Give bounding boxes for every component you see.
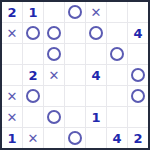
clue-number: 1 — [28, 6, 37, 19]
clue-number: 1 — [91, 111, 100, 124]
cross-mark-icon: ✕ — [28, 132, 39, 145]
clue-number: 1 — [7, 132, 16, 145]
cell-r6c4[interactable] — [65, 107, 85, 127]
circle-mark-icon — [89, 26, 103, 40]
circle-mark-icon — [131, 89, 145, 103]
clue-number: 2 — [133, 132, 142, 145]
cell-r7c7: 2 — [128, 128, 148, 148]
cell-r2c6[interactable] — [107, 23, 127, 43]
circle-mark-icon — [68, 131, 82, 145]
cell-r6c3[interactable] — [44, 107, 64, 127]
cell-r5c6[interactable] — [107, 86, 127, 106]
cell-r5c7[interactable] — [128, 86, 148, 106]
cell-r3c4[interactable] — [65, 44, 85, 64]
cell-r1c6[interactable] — [107, 2, 127, 22]
cell-r6c7[interactable] — [128, 107, 148, 127]
circle-mark-icon — [131, 68, 145, 82]
circle-mark-icon — [47, 26, 61, 40]
cell-r5c5[interactable] — [86, 86, 106, 106]
cell-r1c3[interactable] — [44, 2, 64, 22]
cell-r4c1[interactable] — [2, 65, 22, 85]
cell-r3c2[interactable] — [23, 44, 43, 64]
circle-mark-icon — [26, 26, 40, 40]
clue-number: 4 — [112, 132, 121, 145]
cell-r4c5: 4 — [86, 65, 106, 85]
cell-r3c5[interactable] — [86, 44, 106, 64]
cell-r7c3[interactable] — [44, 128, 64, 148]
cell-r1c5[interactable]: ✕ — [86, 2, 106, 22]
cell-r1c4[interactable] — [65, 2, 85, 22]
cross-mark-icon: ✕ — [7, 111, 18, 124]
cell-r4c7[interactable] — [128, 65, 148, 85]
cell-r1c1: 2 — [2, 2, 22, 22]
clue-number: 4 — [91, 69, 100, 82]
clue-number: 4 — [133, 27, 142, 40]
cell-r7c4[interactable] — [65, 128, 85, 148]
cell-r7c1: 1 — [2, 128, 22, 148]
circle-mark-icon — [26, 89, 40, 103]
cell-r4c3[interactable]: ✕ — [44, 65, 64, 85]
cell-r1c7[interactable] — [128, 2, 148, 22]
circle-mark-icon — [47, 47, 61, 61]
cell-r7c2[interactable]: ✕ — [23, 128, 43, 148]
cell-r6c1[interactable]: ✕ — [2, 107, 22, 127]
cell-r1c2: 1 — [23, 2, 43, 22]
clue-number: 2 — [28, 69, 37, 82]
cell-r4c2: 2 — [23, 65, 43, 85]
cell-r2c3[interactable] — [44, 23, 64, 43]
cell-r5c3[interactable] — [44, 86, 64, 106]
cell-r5c1[interactable]: ✕ — [2, 86, 22, 106]
circle-mark-icon — [47, 110, 61, 124]
circle-mark-icon — [110, 47, 124, 61]
cell-r6c5: 1 — [86, 107, 106, 127]
cell-r7c5[interactable] — [86, 128, 106, 148]
cross-mark-icon: ✕ — [7, 27, 18, 40]
puzzle-area: 21✕✕42✕4✕✕11✕42 — [0, 0, 150, 150]
cell-r7c6: 4 — [107, 128, 127, 148]
circle-mark-icon — [68, 5, 82, 19]
cell-r3c6[interactable] — [107, 44, 127, 64]
cell-r6c6[interactable] — [107, 107, 127, 127]
cross-mark-icon: ✕ — [91, 6, 102, 19]
cell-r2c5[interactable] — [86, 23, 106, 43]
cell-r3c7[interactable] — [128, 44, 148, 64]
cross-mark-icon: ✕ — [7, 90, 18, 103]
cell-r4c4[interactable] — [65, 65, 85, 85]
cell-r4c6[interactable] — [107, 65, 127, 85]
cell-r2c1[interactable]: ✕ — [2, 23, 22, 43]
cell-r2c4[interactable] — [65, 23, 85, 43]
cell-r3c3[interactable] — [44, 44, 64, 64]
cell-r6c2[interactable] — [23, 107, 43, 127]
cross-mark-icon: ✕ — [49, 69, 60, 82]
clue-number: 2 — [7, 6, 16, 19]
puzzle-board: 21✕✕42✕4✕✕11✕42 — [0, 0, 150, 150]
cell-r3c1[interactable] — [2, 44, 22, 64]
cell-r5c4[interactable] — [65, 86, 85, 106]
cell-r2c2[interactable] — [23, 23, 43, 43]
cell-r2c7: 4 — [128, 23, 148, 43]
cell-r5c2[interactable] — [23, 86, 43, 106]
